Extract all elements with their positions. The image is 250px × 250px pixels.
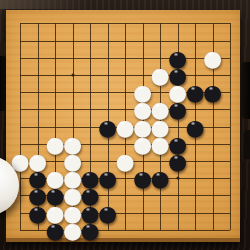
white-stone[interactable]: ● [117, 152, 134, 169]
white-stone[interactable]: ● [117, 118, 134, 135]
white-stone-glyph: ● [115, 118, 134, 135]
black-stone-glyph: ● [98, 118, 117, 135]
black-stone-glyph: ● [45, 221, 64, 238]
white-stone-glyph: ● [45, 135, 64, 152]
black-stone[interactable]: ● [82, 221, 99, 238]
black-stone-glyph: ● [185, 84, 204, 101]
black-stone[interactable]: ● [99, 118, 116, 135]
table-light-streak [0, 0, 90, 9]
black-stone[interactable]: ● [99, 170, 116, 187]
black-stone[interactable]: ● [29, 204, 46, 221]
black-stone-glyph: ● [98, 170, 117, 187]
black-stone[interactable]: ● [169, 152, 186, 169]
black-stone[interactable]: ● [47, 221, 64, 238]
black-stone[interactable]: ● [134, 170, 151, 187]
black-stone[interactable]: ● [152, 170, 169, 187]
black-stone-glyph: ● [185, 118, 204, 135]
white-stone[interactable]: ● [12, 152, 29, 169]
black-stone[interactable]: ● [187, 84, 204, 101]
white-stone[interactable]: ● [47, 135, 64, 152]
black-stone-glyph: ● [80, 221, 99, 238]
dark-bowl-edge-right-lower [244, 130, 250, 159]
star-point [176, 177, 179, 180]
go-board[interactable]: ●●●●●●●●●●●●●●●●●●●●●●●●●●●●●●●●●●●●●●●●… [6, 10, 240, 242]
white-stone[interactable]: ● [64, 221, 81, 238]
black-stone[interactable]: ● [204, 84, 221, 101]
black-stone-glyph: ● [98, 204, 117, 221]
black-stone[interactable]: ● [99, 204, 116, 221]
black-stone[interactable]: ● [169, 101, 186, 118]
white-stone-glyph: ● [63, 221, 82, 238]
white-stone[interactable]: ● [152, 135, 169, 152]
white-stone-glyph: ● [115, 152, 134, 169]
white-stone-glyph: ● [150, 66, 169, 83]
white-stone[interactable]: ● [204, 49, 221, 66]
white-stone[interactable]: ● [152, 66, 169, 83]
table-scene: ●●●●●●●●●●●●●●●●●●●●●●●●●●●●●●●●●●●●●●●●… [0, 0, 250, 250]
white-stone-glyph: ● [10, 152, 29, 169]
black-stone[interactable]: ● [187, 118, 204, 135]
dark-bowl-edge-right-upper [242, 62, 250, 119]
star-point [71, 73, 74, 76]
black-stone-glyph: ● [203, 84, 222, 101]
white-stone[interactable]: ● [134, 135, 151, 152]
white-stone-glyph: ● [203, 49, 222, 66]
white-stone-glyph: ● [133, 135, 152, 152]
black-stone-glyph: ● [168, 101, 187, 118]
grid-line-vertical [230, 23, 231, 229]
black-stone-glyph: ● [28, 204, 47, 221]
white-stone-glyph: ● [150, 135, 169, 152]
black-stone-glyph: ● [168, 152, 187, 169]
black-stone-glyph: ● [150, 170, 169, 187]
black-stone-glyph: ● [133, 170, 152, 187]
